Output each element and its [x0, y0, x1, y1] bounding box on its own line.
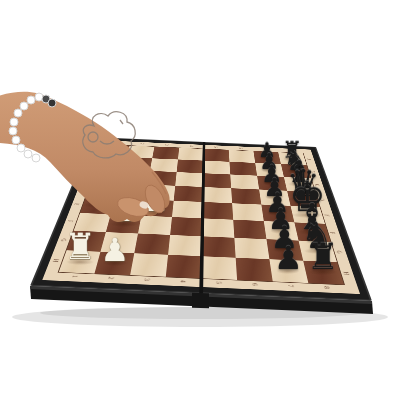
pinching-fingers	[0, 0, 400, 400]
photo-stage: 1122334455667788AABBCCDDEEFFGGHH ♜♟♞♟♝♟♛…	[0, 0, 400, 400]
